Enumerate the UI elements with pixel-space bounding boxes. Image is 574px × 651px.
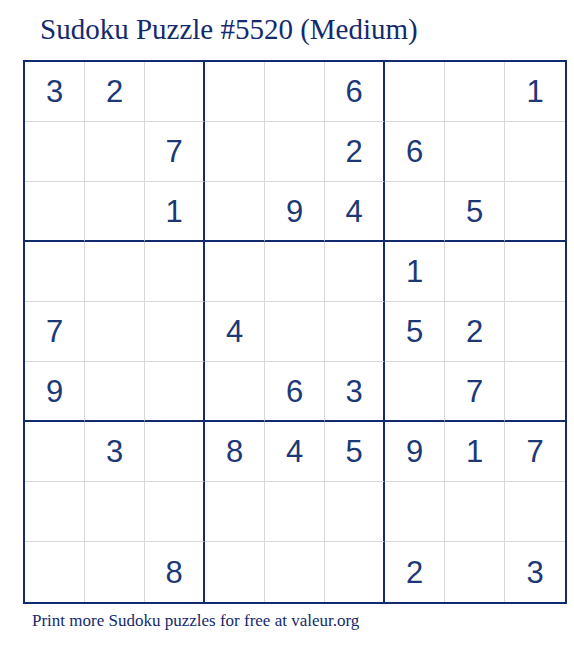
cell-r2c5 [265, 122, 325, 182]
cell-r4c6 [325, 242, 385, 302]
cell-r3c9 [505, 182, 565, 242]
cell-r6c3 [145, 362, 205, 422]
cell-r6c5: 6 [265, 362, 325, 422]
cell-r2c3: 7 [145, 122, 205, 182]
cell-r8c9 [505, 482, 565, 542]
cell-r2c1 [25, 122, 85, 182]
cell-r5c1: 7 [25, 302, 85, 362]
cell-r5c4: 4 [205, 302, 265, 362]
cell-r4c2 [85, 242, 145, 302]
cell-r8c7 [385, 482, 445, 542]
cell-r6c4 [205, 362, 265, 422]
cell-r1c6: 6 [325, 62, 385, 122]
cell-r3c3: 1 [145, 182, 205, 242]
cell-r2c9 [505, 122, 565, 182]
cell-r3c8: 5 [445, 182, 505, 242]
cell-r9c8 [445, 542, 505, 602]
cell-r1c4 [205, 62, 265, 122]
cell-r6c9 [505, 362, 565, 422]
cell-r4c3 [145, 242, 205, 302]
cell-r4c4 [205, 242, 265, 302]
cell-r9c4 [205, 542, 265, 602]
cell-r7c3 [145, 422, 205, 482]
cell-r3c5: 9 [265, 182, 325, 242]
cell-r1c5 [265, 62, 325, 122]
cell-r8c3 [145, 482, 205, 542]
cell-r3c2 [85, 182, 145, 242]
cell-r9c3: 8 [145, 542, 205, 602]
cell-r8c5 [265, 482, 325, 542]
cell-r2c7: 6 [385, 122, 445, 182]
cell-r9c9: 3 [505, 542, 565, 602]
page-title: Sudoku Puzzle #5520 (Medium) [40, 13, 418, 46]
cell-r1c9: 1 [505, 62, 565, 122]
cell-r4c5 [265, 242, 325, 302]
cell-r2c4 [205, 122, 265, 182]
cell-r3c6: 4 [325, 182, 385, 242]
cell-r5c2 [85, 302, 145, 362]
cell-r4c1 [25, 242, 85, 302]
cell-r6c8: 7 [445, 362, 505, 422]
cell-r6c7 [385, 362, 445, 422]
cell-r4c8 [445, 242, 505, 302]
sudoku-board: 326172619451745296373845917823 [23, 60, 567, 604]
footer-text: Print more Sudoku puzzles for free at va… [32, 611, 359, 631]
cell-r2c6: 2 [325, 122, 385, 182]
cell-r7c5: 4 [265, 422, 325, 482]
cell-r4c9 [505, 242, 565, 302]
cell-r9c1 [25, 542, 85, 602]
cell-r8c1 [25, 482, 85, 542]
cell-r9c5 [265, 542, 325, 602]
cell-r8c6 [325, 482, 385, 542]
cell-r2c2 [85, 122, 145, 182]
cell-r7c9: 7 [505, 422, 565, 482]
cell-r7c4: 8 [205, 422, 265, 482]
cell-r8c2 [85, 482, 145, 542]
cell-r3c7 [385, 182, 445, 242]
cell-r2c8 [445, 122, 505, 182]
cell-r6c1: 9 [25, 362, 85, 422]
cell-r7c6: 5 [325, 422, 385, 482]
cell-r5c6 [325, 302, 385, 362]
cell-r3c1 [25, 182, 85, 242]
cell-r8c8 [445, 482, 505, 542]
cell-r8c4 [205, 482, 265, 542]
cell-r1c2: 2 [85, 62, 145, 122]
cell-r7c1 [25, 422, 85, 482]
cell-r6c6: 3 [325, 362, 385, 422]
cell-r9c2 [85, 542, 145, 602]
cell-r7c8: 1 [445, 422, 505, 482]
cell-r1c3 [145, 62, 205, 122]
cell-r5c9 [505, 302, 565, 362]
cell-r9c6 [325, 542, 385, 602]
sudoku-page: Sudoku Puzzle #5520 (Medium) 32617261945… [0, 0, 574, 651]
cell-r5c5 [265, 302, 325, 362]
cell-r7c7: 9 [385, 422, 445, 482]
cell-r5c7: 5 [385, 302, 445, 362]
cell-r6c2 [85, 362, 145, 422]
cell-r1c1: 3 [25, 62, 85, 122]
cell-r3c4 [205, 182, 265, 242]
cell-r5c8: 2 [445, 302, 505, 362]
cell-r9c7: 2 [385, 542, 445, 602]
cell-r7c2: 3 [85, 422, 145, 482]
cell-r1c8 [445, 62, 505, 122]
cell-r5c3 [145, 302, 205, 362]
cell-r1c7 [385, 62, 445, 122]
cell-r4c7: 1 [385, 242, 445, 302]
